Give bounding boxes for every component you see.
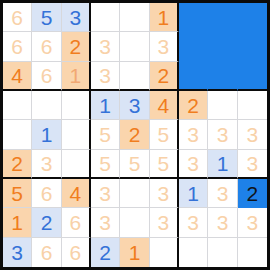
cell-r2c1[interactable]: 6 (3, 32, 32, 61)
cell-r7c8[interactable]: 3 (208, 179, 237, 208)
cell-r9c2[interactable]: 6 (32, 238, 61, 267)
cell-r1c1[interactable]: 6 (3, 3, 32, 32)
cell-r4c9[interactable] (238, 91, 267, 120)
cell-r4c4[interactable]: 1 (91, 91, 120, 120)
cell-r2c5[interactable] (120, 32, 149, 61)
cell-r1c6[interactable]: 1 (150, 3, 179, 32)
cell-r9c7[interactable] (179, 238, 208, 267)
cell-r7c1[interactable]: 5 (3, 179, 32, 208)
cell-r5c2[interactable]: 1 (32, 120, 61, 149)
cell-r8c7[interactable]: 3 (179, 208, 208, 237)
cell-r9c1[interactable]: 3 (3, 238, 32, 267)
cell-r5c7[interactable]: 3 (179, 120, 208, 149)
cell-r1c3[interactable]: 3 (62, 3, 91, 32)
cell-r2c3[interactable]: 2 (62, 32, 91, 61)
cell-r8c1[interactable]: 1 (3, 208, 32, 237)
cell-r1c8[interactable] (208, 3, 237, 32)
cell-r7c2[interactable]: 6 (32, 179, 61, 208)
cell-r7c9[interactable]: 2 (238, 179, 267, 208)
cell-r6c4[interactable]: 5 (91, 150, 120, 179)
cell-r3c3[interactable]: 1 (62, 62, 91, 91)
cell-r3c6[interactable]: 2 (150, 62, 179, 91)
cell-r4c5[interactable]: 3 (120, 91, 149, 120)
cell-r8c6[interactable]: 3 (150, 208, 179, 237)
cell-r8c2[interactable]: 2 (32, 208, 61, 237)
cell-r7c5[interactable] (120, 179, 149, 208)
cell-r4c8[interactable] (208, 91, 237, 120)
cell-r3c8[interactable] (208, 62, 237, 91)
cell-r7c3[interactable]: 4 (62, 179, 91, 208)
cell-r2c7[interactable] (179, 32, 208, 61)
cell-r3c5[interactable] (120, 62, 149, 91)
cell-r1c7[interactable] (179, 3, 208, 32)
cell-r4c1[interactable] (3, 91, 32, 120)
cell-r9c8[interactable] (208, 238, 237, 267)
cell-r5c6[interactable]: 5 (150, 120, 179, 149)
cell-r6c3[interactable] (62, 150, 91, 179)
cell-r4c6[interactable]: 4 (150, 91, 179, 120)
cell-r3c1[interactable]: 4 (3, 62, 32, 91)
cell-r4c7[interactable]: 2 (179, 91, 208, 120)
cell-r1c9[interactable] (238, 3, 267, 32)
cell-r6c5[interactable]: 5 (120, 150, 149, 179)
cell-r2c4[interactable]: 3 (91, 32, 120, 61)
cell-r3c4[interactable]: 3 (91, 62, 120, 91)
cell-r9c9[interactable] (238, 238, 267, 267)
cell-r9c4[interactable]: 2 (91, 238, 120, 267)
cell-r2c6[interactable]: 3 (150, 32, 179, 61)
cell-r2c2[interactable]: 6 (32, 32, 61, 61)
cell-r9c3[interactable]: 6 (62, 238, 91, 267)
cell-r3c7[interactable] (179, 62, 208, 91)
cell-r7c4[interactable]: 3 (91, 179, 120, 208)
cell-r9c5[interactable]: 1 (120, 238, 149, 267)
cell-r8c8[interactable]: 3 (208, 208, 237, 237)
cell-r2c8[interactable] (208, 32, 237, 61)
cell-r4c3[interactable] (62, 91, 91, 120)
cell-r4c2[interactable] (32, 91, 61, 120)
cell-r1c2[interactable]: 5 (32, 3, 61, 32)
cell-r5c9[interactable]: 3 (238, 120, 267, 149)
cell-r6c7[interactable]: 3 (179, 150, 208, 179)
cell-r3c2[interactable]: 6 (32, 62, 61, 91)
cell-r2c9[interactable] (238, 32, 267, 61)
cell-r3c9[interactable] (238, 62, 267, 91)
cell-r5c4[interactable]: 5 (91, 120, 120, 149)
cell-r1c4[interactable] (91, 3, 120, 32)
cell-r8c9[interactable]: 3 (238, 208, 267, 237)
cell-r5c8[interactable]: 3 (208, 120, 237, 149)
cell-r5c1[interactable] (3, 120, 32, 149)
cell-r6c8[interactable]: 1 (208, 150, 237, 179)
cell-r8c5[interactable] (120, 208, 149, 237)
cell-r7c6[interactable]: 3 (150, 179, 179, 208)
cell-r5c5[interactable]: 2 (120, 120, 149, 149)
cell-r8c4[interactable]: 3 (91, 208, 120, 237)
cell-r6c1[interactable]: 2 (3, 150, 32, 179)
cell-r8c3[interactable]: 6 (62, 208, 91, 237)
cell-r5c3[interactable] (62, 120, 91, 149)
cell-r1c5[interactable] (120, 3, 149, 32)
cell-r6c6[interactable]: 5 (150, 150, 179, 179)
cell-r6c9[interactable]: 3 (238, 150, 267, 179)
cell-r9c6[interactable] (150, 238, 179, 267)
sudoku-board: 6531662334613213421525333235553135643313… (0, 0, 270, 270)
cell-r6c2[interactable]: 3 (32, 150, 61, 179)
cell-r7c7[interactable]: 1 (179, 179, 208, 208)
